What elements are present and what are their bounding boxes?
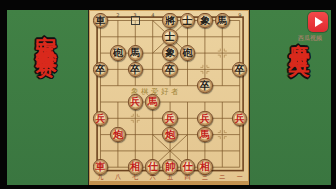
piece-black-卒[interactable]: 卒: [162, 62, 178, 78]
piece-red-仕[interactable]: 仕: [180, 159, 196, 175]
piece-red-車[interactable]: 車: [93, 159, 109, 175]
xigua-video-logo: [308, 12, 328, 32]
rank-label: 七: [130, 174, 140, 180]
piece-red-相[interactable]: 相: [197, 159, 213, 175]
rank-label: 三: [200, 174, 210, 180]
piece-black-將[interactable]: 將: [162, 13, 178, 29]
left-banner-text: 宝宝杯象棋赛: [35, 18, 56, 42]
piece-red-相[interactable]: 相: [128, 159, 144, 175]
right-banner-panel: 唐丹对王天一 西瓜视频: [250, 10, 331, 185]
file-number: 2: [114, 12, 121, 17]
piece-black-象[interactable]: 象: [162, 45, 178, 61]
file-number: 3: [132, 12, 139, 17]
piece-red-兵[interactable]: 兵: [162, 111, 178, 127]
piece-red-炮[interactable]: 炮: [110, 127, 126, 143]
video-frame: 宝宝杯象棋赛 象棋爱好者 123456789九八七六五四三二一車將士象馬士砲馬象…: [0, 0, 336, 189]
play-icon: [315, 17, 323, 27]
rank-label: 一: [235, 174, 245, 180]
piece-red-兵[interactable]: 兵: [128, 94, 144, 110]
piece-black-馬[interactable]: 馬: [128, 45, 144, 61]
piece-black-象[interactable]: 象: [197, 13, 213, 29]
rank-label: 二: [217, 174, 227, 180]
content-frame: 宝宝杯象棋赛 象棋爱好者 123456789九八七六五四三二一車將士象馬士砲馬象…: [7, 10, 331, 185]
file-number: 9: [236, 12, 243, 17]
piece-black-卒[interactable]: 卒: [128, 62, 144, 78]
piece-red-帥[interactable]: 帥: [162, 159, 178, 175]
rank-label: 六: [148, 174, 158, 180]
xigua-logo-caption: 西瓜视频: [290, 34, 330, 43]
xiangqi-board[interactable]: 象棋爱好者 123456789九八七六五四三二一車將士象馬士砲馬象砲卒卒卒卒卒兵…: [88, 10, 250, 185]
piece-black-卒[interactable]: 卒: [197, 78, 213, 94]
rank-label: 五: [165, 174, 175, 180]
piece-black-砲[interactable]: 砲: [110, 45, 126, 61]
rank-label: 八: [113, 174, 123, 180]
left-banner-panel: 宝宝杯象棋赛: [7, 10, 88, 185]
rank-label: 四: [183, 174, 193, 180]
piece-black-士[interactable]: 士: [162, 29, 178, 45]
piece-red-兵[interactable]: 兵: [197, 111, 213, 127]
piece-red-馬[interactable]: 馬: [197, 127, 213, 143]
file-number: 4: [149, 12, 156, 17]
piece-black-砲[interactable]: 砲: [180, 45, 196, 61]
piece-red-炮[interactable]: 炮: [162, 127, 178, 143]
rank-label: 九: [96, 174, 106, 180]
piece-red-馬[interactable]: 馬: [145, 94, 161, 110]
